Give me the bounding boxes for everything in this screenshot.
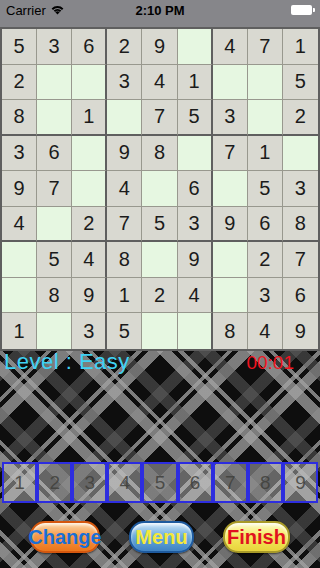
sudoku-cell[interactable]: 3	[248, 278, 283, 314]
sudoku-cell[interactable]: 7	[142, 100, 177, 136]
sudoku-cell[interactable]: 5	[178, 100, 213, 136]
sudoku-cell[interactable]	[178, 136, 213, 172]
sudoku-cell[interactable]	[107, 100, 142, 136]
numpad-key-6[interactable]: 6	[178, 462, 213, 503]
sudoku-cell[interactable]	[72, 65, 107, 101]
sudoku-cell[interactable]: 4	[142, 65, 177, 101]
sudoku-cell[interactable]: 2	[142, 278, 177, 314]
sudoku-cell[interactable]	[248, 100, 283, 136]
change-button[interactable]: Change	[30, 521, 100, 553]
menu-button[interactable]: Menu	[129, 521, 194, 553]
sudoku-cell[interactable]: 7	[107, 207, 142, 243]
sudoku-cell[interactable]: 6	[72, 29, 107, 65]
battery-icon	[291, 5, 315, 15]
number-pad: 123456789	[2, 462, 318, 503]
sudoku-cell[interactable]: 3	[107, 65, 142, 101]
sudoku-cell[interactable]: 6	[37, 136, 72, 172]
sudoku-cell[interactable]: 2	[248, 242, 283, 278]
sudoku-cell[interactable]: 9	[2, 171, 37, 207]
sudoku-cell[interactable]	[213, 171, 248, 207]
sudoku-cell[interactable]	[72, 136, 107, 172]
sudoku-cell[interactable]	[213, 242, 248, 278]
sudoku-cell[interactable]: 4	[248, 313, 283, 349]
sudoku-cell[interactable]: 9	[142, 29, 177, 65]
sudoku-cell[interactable]	[37, 207, 72, 243]
sudoku-board: 5362947123415817532369871974653427539685…	[0, 27, 320, 351]
sudoku-cell[interactable]	[142, 171, 177, 207]
sudoku-cell[interactable]: 1	[178, 65, 213, 101]
sudoku-cell[interactable]: 8	[142, 136, 177, 172]
finish-button[interactable]: Finish	[223, 521, 290, 553]
level-label: Level : Easy	[4, 349, 130, 375]
sudoku-cell[interactable]: 2	[72, 207, 107, 243]
sudoku-cell[interactable]	[213, 65, 248, 101]
sudoku-cell[interactable]	[248, 65, 283, 101]
sudoku-cell[interactable]: 9	[283, 313, 318, 349]
sudoku-cell[interactable]	[72, 171, 107, 207]
sudoku-cell[interactable]: 4	[72, 242, 107, 278]
sudoku-cell[interactable]	[213, 278, 248, 314]
sudoku-cell[interactable]: 1	[2, 313, 37, 349]
sudoku-cell[interactable]: 9	[107, 136, 142, 172]
numpad-key-5[interactable]: 5	[142, 462, 177, 503]
sudoku-cell[interactable]	[142, 242, 177, 278]
phone-screen: Carrier 2:10 PM 536294712341581753236987…	[0, 0, 320, 568]
sudoku-cell[interactable]: 7	[283, 242, 318, 278]
sudoku-cell[interactable]: 9	[213, 207, 248, 243]
sudoku-cell[interactable]: 2	[2, 65, 37, 101]
sudoku-cell[interactable]: 4	[2, 207, 37, 243]
sudoku-cell[interactable]: 6	[283, 278, 318, 314]
sudoku-cell[interactable]: 1	[248, 136, 283, 172]
sudoku-cell[interactable]	[142, 313, 177, 349]
sudoku-cell[interactable]: 4	[213, 29, 248, 65]
sudoku-cell[interactable]	[37, 100, 72, 136]
sudoku-cell[interactable]: 3	[178, 207, 213, 243]
sudoku-cell[interactable]	[178, 29, 213, 65]
clock: 2:10 PM	[0, 3, 320, 18]
sudoku-cell[interactable]: 1	[72, 100, 107, 136]
sudoku-cell[interactable]: 6	[248, 207, 283, 243]
sudoku-cell[interactable]: 8	[213, 313, 248, 349]
sudoku-cell[interactable]: 3	[2, 136, 37, 172]
numpad-key-7[interactable]: 7	[213, 462, 248, 503]
numpad-key-8[interactable]: 8	[248, 462, 283, 503]
sudoku-cell[interactable]: 3	[37, 29, 72, 65]
sudoku-cell[interactable]	[2, 278, 37, 314]
sudoku-cell[interactable]	[283, 136, 318, 172]
sudoku-cell[interactable]: 1	[107, 278, 142, 314]
sudoku-cell[interactable]: 2	[107, 29, 142, 65]
sudoku-cell[interactable]: 9	[178, 242, 213, 278]
sudoku-cell[interactable]: 5	[2, 29, 37, 65]
sudoku-cell[interactable]: 4	[107, 171, 142, 207]
sudoku-cell[interactable]: 5	[283, 65, 318, 101]
sudoku-cell[interactable]	[2, 242, 37, 278]
numpad-key-2[interactable]: 2	[37, 462, 72, 503]
numpad-key-9[interactable]: 9	[283, 462, 318, 503]
sudoku-cell[interactable]: 3	[283, 171, 318, 207]
sudoku-cell[interactable]: 4	[178, 278, 213, 314]
sudoku-cell[interactable]	[37, 313, 72, 349]
sudoku-cell[interactable]: 8	[2, 100, 37, 136]
sudoku-cell[interactable]: 8	[107, 242, 142, 278]
action-bar: Change Menu Finish	[0, 521, 320, 554]
numpad-key-1[interactable]: 1	[2, 462, 37, 503]
sudoku-cell[interactable]: 5	[248, 171, 283, 207]
sudoku-cell[interactable]: 1	[283, 29, 318, 65]
sudoku-cell[interactable]: 7	[213, 136, 248, 172]
sudoku-cell[interactable]: 5	[37, 242, 72, 278]
sudoku-cell[interactable]: 5	[142, 207, 177, 243]
sudoku-cell[interactable]: 3	[213, 100, 248, 136]
numpad-key-4[interactable]: 4	[107, 462, 142, 503]
sudoku-cell[interactable]: 6	[178, 171, 213, 207]
sudoku-cell[interactable]: 8	[283, 207, 318, 243]
numpad-key-3[interactable]: 3	[72, 462, 107, 503]
timer: 00:01	[246, 352, 294, 374]
sudoku-cell[interactable]: 2	[283, 100, 318, 136]
status-bar: Carrier 2:10 PM	[0, 0, 320, 27]
sudoku-cell[interactable]: 7	[248, 29, 283, 65]
sudoku-cell[interactable]: 3	[72, 313, 107, 349]
sudoku-cell[interactable]: 7	[37, 171, 72, 207]
sudoku-cell[interactable]: 5	[107, 313, 142, 349]
sudoku-cell[interactable]: 8	[37, 278, 72, 314]
sudoku-cell[interactable]: 9	[72, 278, 107, 314]
sudoku-cell[interactable]	[37, 65, 72, 101]
sudoku-cell[interactable]	[178, 313, 213, 349]
